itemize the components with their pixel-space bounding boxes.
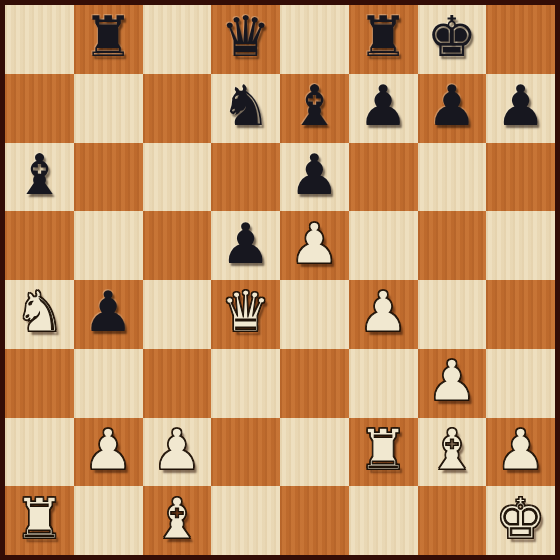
square-c1[interactable]: ♝: [143, 486, 212, 555]
square-e3[interactable]: [280, 349, 349, 418]
square-a5[interactable]: [5, 211, 74, 280]
piece-white-queen[interactable]: ♛: [221, 284, 271, 340]
piece-white-rook[interactable]: ♜: [14, 491, 64, 547]
square-h3[interactable]: [486, 349, 555, 418]
square-g7[interactable]: ♟: [418, 74, 487, 143]
square-b4[interactable]: ♟: [74, 280, 143, 349]
square-f8[interactable]: ♜: [349, 5, 418, 74]
square-h6[interactable]: [486, 143, 555, 212]
square-b5[interactable]: [74, 211, 143, 280]
square-e4[interactable]: [280, 280, 349, 349]
chess-board-frame: ♜♛♜♚♞♝♟♟♟♝♟♟♟♞♟♛♟♟♟♟♜♝♟♜♝♚: [0, 0, 560, 560]
square-h4[interactable]: [486, 280, 555, 349]
square-a3[interactable]: [5, 349, 74, 418]
square-f5[interactable]: [349, 211, 418, 280]
square-a1[interactable]: ♜: [5, 486, 74, 555]
square-c2[interactable]: ♟: [143, 418, 212, 487]
square-c5[interactable]: [143, 211, 212, 280]
square-a8[interactable]: [5, 5, 74, 74]
square-d1[interactable]: [211, 486, 280, 555]
piece-black-bishop[interactable]: ♝: [14, 147, 64, 203]
square-g5[interactable]: [418, 211, 487, 280]
square-e7[interactable]: ♝: [280, 74, 349, 143]
square-f2[interactable]: ♜: [349, 418, 418, 487]
square-e1[interactable]: [280, 486, 349, 555]
piece-white-bishop[interactable]: ♝: [427, 422, 477, 478]
piece-black-pawn[interactable]: ♟: [427, 78, 477, 134]
square-g2[interactable]: ♝: [418, 418, 487, 487]
piece-black-rook[interactable]: ♜: [358, 9, 408, 65]
square-b6[interactable]: [74, 143, 143, 212]
square-g1[interactable]: [418, 486, 487, 555]
square-c4[interactable]: [143, 280, 212, 349]
piece-black-rook[interactable]: ♜: [83, 9, 133, 65]
square-b8[interactable]: ♜: [74, 5, 143, 74]
square-g3[interactable]: ♟: [418, 349, 487, 418]
piece-black-pawn[interactable]: ♟: [358, 78, 408, 134]
square-c8[interactable]: [143, 5, 212, 74]
piece-black-pawn[interactable]: ♟: [496, 78, 546, 134]
square-b7[interactable]: [74, 74, 143, 143]
square-d2[interactable]: [211, 418, 280, 487]
square-a7[interactable]: [5, 74, 74, 143]
square-e8[interactable]: [280, 5, 349, 74]
piece-white-pawn[interactable]: ♟: [358, 284, 408, 340]
square-b3[interactable]: [74, 349, 143, 418]
square-e2[interactable]: [280, 418, 349, 487]
piece-black-queen[interactable]: ♛: [221, 9, 271, 65]
square-d8[interactable]: ♛: [211, 5, 280, 74]
piece-black-pawn[interactable]: ♟: [221, 216, 271, 272]
piece-black-bishop[interactable]: ♝: [289, 78, 339, 134]
square-a6[interactable]: ♝: [5, 143, 74, 212]
square-g8[interactable]: ♚: [418, 5, 487, 74]
square-h7[interactable]: ♟: [486, 74, 555, 143]
piece-black-pawn[interactable]: ♟: [83, 284, 133, 340]
square-h5[interactable]: [486, 211, 555, 280]
piece-white-knight[interactable]: ♞: [14, 284, 64, 340]
piece-white-pawn[interactable]: ♟: [427, 353, 477, 409]
square-f4[interactable]: ♟: [349, 280, 418, 349]
square-d5[interactable]: ♟: [211, 211, 280, 280]
square-g6[interactable]: [418, 143, 487, 212]
square-h2[interactable]: ♟: [486, 418, 555, 487]
piece-white-pawn[interactable]: ♟: [496, 422, 546, 478]
square-d6[interactable]: [211, 143, 280, 212]
piece-black-king[interactable]: ♚: [427, 9, 477, 65]
square-e6[interactable]: ♟: [280, 143, 349, 212]
square-g4[interactable]: [418, 280, 487, 349]
piece-white-bishop[interactable]: ♝: [152, 491, 202, 547]
piece-black-pawn[interactable]: ♟: [289, 147, 339, 203]
square-h8[interactable]: [486, 5, 555, 74]
piece-white-pawn[interactable]: ♟: [83, 422, 133, 478]
square-d7[interactable]: ♞: [211, 74, 280, 143]
square-d3[interactable]: [211, 349, 280, 418]
piece-white-pawn[interactable]: ♟: [289, 216, 339, 272]
square-a2[interactable]: [5, 418, 74, 487]
piece-white-pawn[interactable]: ♟: [152, 422, 202, 478]
square-f7[interactable]: ♟: [349, 74, 418, 143]
square-f6[interactable]: [349, 143, 418, 212]
square-e5[interactable]: ♟: [280, 211, 349, 280]
square-f3[interactable]: [349, 349, 418, 418]
piece-white-rook[interactable]: ♜: [358, 422, 408, 478]
square-b2[interactable]: ♟: [74, 418, 143, 487]
piece-black-knight[interactable]: ♞: [221, 78, 271, 134]
square-b1[interactable]: [74, 486, 143, 555]
chess-board: ♜♛♜♚♞♝♟♟♟♝♟♟♟♞♟♛♟♟♟♟♜♝♟♜♝♚: [5, 5, 555, 555]
square-c7[interactable]: [143, 74, 212, 143]
square-f1[interactable]: [349, 486, 418, 555]
square-c6[interactable]: [143, 143, 212, 212]
piece-white-king[interactable]: ♚: [496, 491, 546, 547]
square-d4[interactable]: ♛: [211, 280, 280, 349]
square-c3[interactable]: [143, 349, 212, 418]
square-h1[interactable]: ♚: [486, 486, 555, 555]
square-a4[interactable]: ♞: [5, 280, 74, 349]
